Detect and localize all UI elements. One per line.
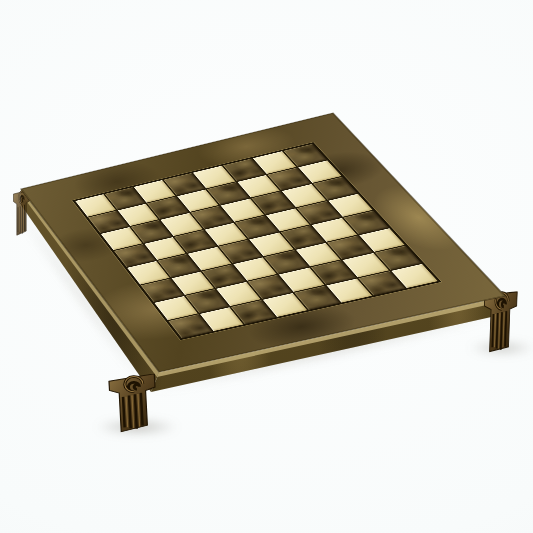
column-capital-foot-icon [108, 374, 159, 433]
board-grid [72, 142, 441, 340]
board-frame [21, 113, 505, 372]
product-photo-scene [0, 0, 533, 533]
chessboard [21, 113, 505, 372]
column-capital-foot-icon [482, 290, 518, 353]
